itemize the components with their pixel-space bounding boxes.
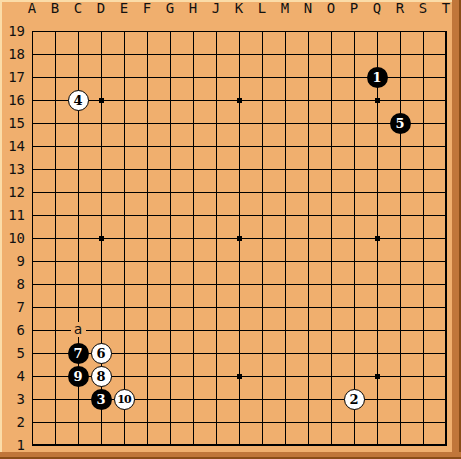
- board-frame-right: [452, 0, 461, 459]
- column-label-P: P: [343, 1, 366, 15]
- column-label-N: N: [297, 1, 320, 15]
- stone-white-2-P3: 2: [344, 389, 365, 410]
- go-board-diagram: ABCDEFGHJKLMNOPQRST191817161514131211109…: [0, 0, 461, 459]
- column-label-S: S: [412, 1, 435, 15]
- stone-black-3-D3: 3: [91, 389, 112, 410]
- column-label-C: C: [67, 1, 90, 15]
- stones-grid: 12345678910: [21, 20, 458, 457]
- column-label-L: L: [251, 1, 274, 15]
- point-label-a-C6: a: [71, 322, 86, 337]
- column-label-G: G: [159, 1, 182, 15]
- column-label-F: F: [136, 1, 159, 15]
- board-frame-bottom: [0, 452, 461, 459]
- board-frame-left: [0, 0, 2, 459]
- stone-white-4-C16: 4: [68, 90, 89, 111]
- column-label-D: D: [90, 1, 113, 15]
- column-label-A: A: [21, 1, 44, 15]
- column-label-R: R: [389, 1, 412, 15]
- stone-white-6-D5: 6: [91, 343, 112, 364]
- column-label-E: E: [113, 1, 136, 15]
- stone-black-9-C4: 9: [68, 366, 89, 387]
- column-label-B: B: [44, 1, 67, 15]
- column-label-H: H: [182, 1, 205, 15]
- column-label-Q: Q: [366, 1, 389, 15]
- stone-white-10-E3: 10: [114, 389, 135, 410]
- column-label-J: J: [205, 1, 228, 15]
- stone-black-7-C5: 7: [68, 343, 89, 364]
- column-label-K: K: [228, 1, 251, 15]
- column-label-M: M: [274, 1, 297, 15]
- column-label-O: O: [320, 1, 343, 15]
- stone-white-8-D4: 8: [91, 366, 112, 387]
- stone-black-5-R15: 5: [390, 113, 411, 134]
- stone-black-1-Q17: 1: [367, 67, 388, 88]
